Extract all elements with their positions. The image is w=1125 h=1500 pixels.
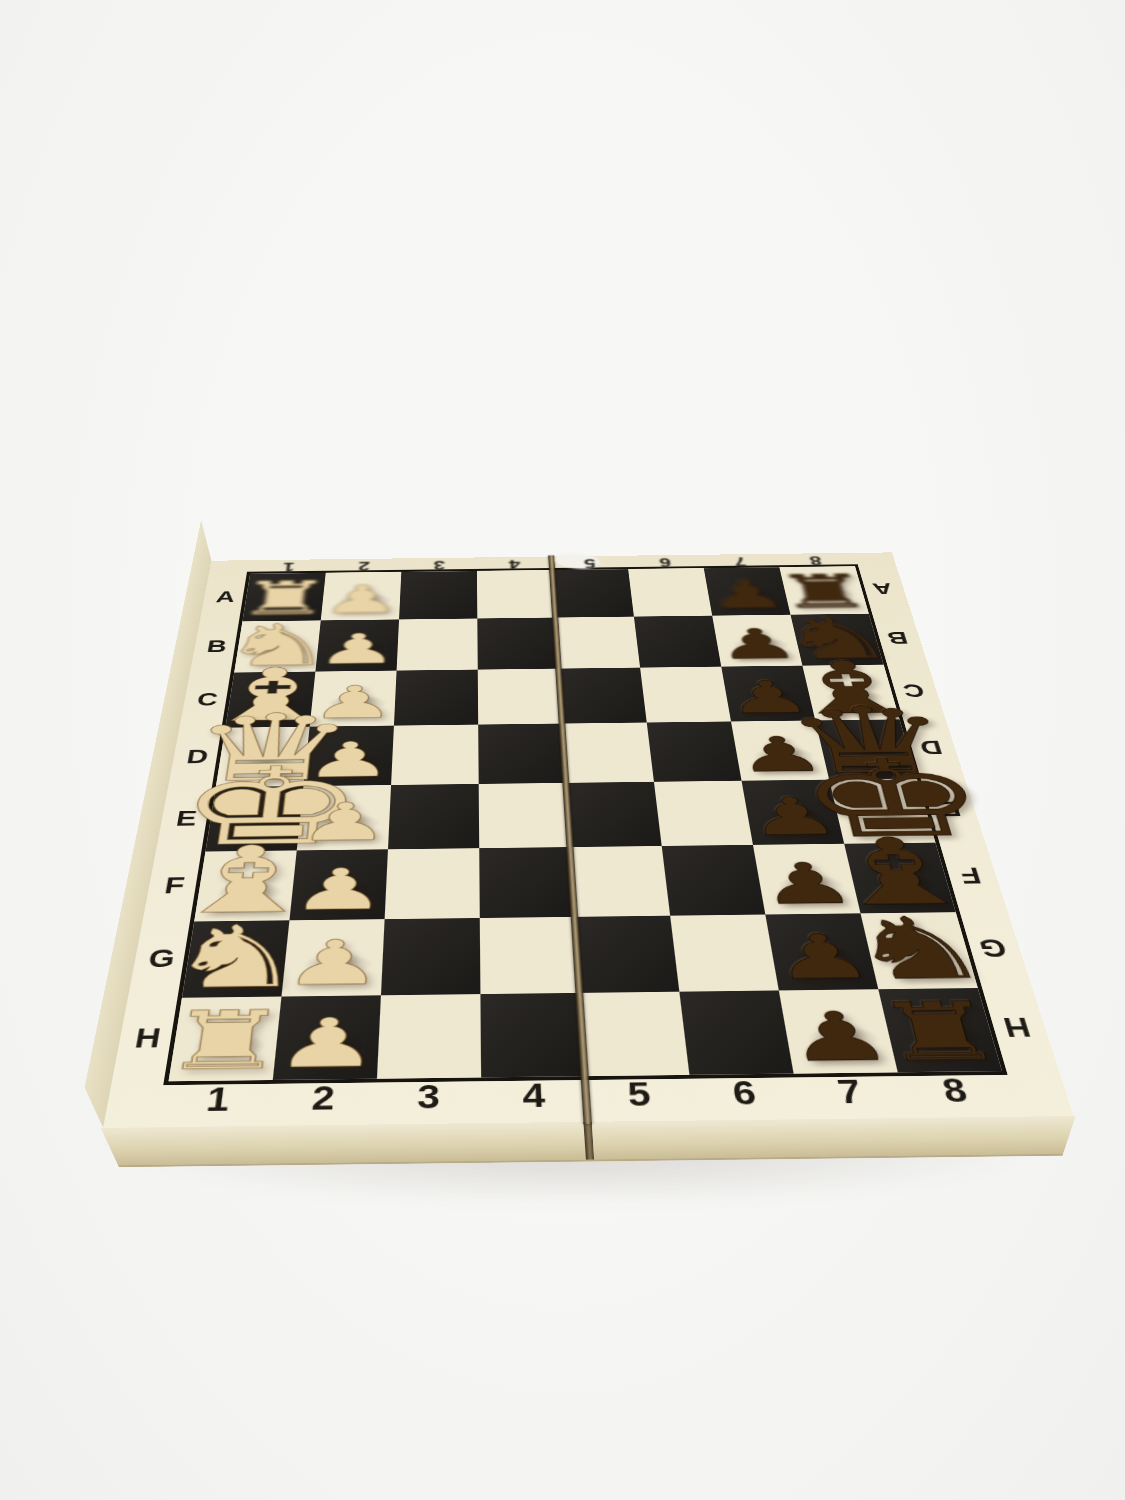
square-g7 — [765, 913, 878, 990]
square-g5 — [575, 916, 679, 993]
square-f1 — [194, 850, 296, 921]
square-d5 — [562, 723, 653, 783]
square-d4 — [478, 724, 566, 784]
rank-label-bottom-7: 7 — [808, 1071, 893, 1111]
rank-label-top-2: 2 — [336, 559, 392, 574]
square-f2 — [289, 849, 388, 920]
square-h7 — [779, 989, 898, 1073]
square-f3 — [385, 848, 480, 919]
rank-label-top-5: 5 — [562, 556, 618, 571]
square-c4 — [478, 669, 563, 725]
rank-label-bottom-5: 5 — [599, 1074, 679, 1114]
square-a5 — [553, 569, 634, 617]
perspective-scene: ABCDEFGHABCDEFGH1234567812345678 ♜♞♝♛♚♝♞… — [0, 0, 1125, 1500]
square-g2 — [281, 919, 384, 996]
rank-label-top-6: 6 — [637, 555, 694, 570]
square-f6 — [662, 845, 766, 916]
square-b5 — [556, 617, 640, 669]
square-g3 — [381, 918, 480, 995]
square-h4 — [480, 993, 585, 1078]
rank-label-bottom-6: 6 — [704, 1073, 786, 1113]
square-g1 — [182, 920, 289, 997]
square-h6 — [679, 990, 793, 1074]
rank-label-top-3: 3 — [412, 558, 467, 573]
square-c5 — [559, 668, 647, 724]
rank-label-bottom-3: 3 — [390, 1077, 467, 1117]
square-g6 — [670, 915, 779, 992]
file-label-right-F: F — [941, 862, 1000, 889]
rank-label-top-4: 4 — [487, 557, 542, 572]
square-f5 — [570, 846, 670, 917]
square-h5 — [580, 992, 690, 1076]
chess-board: ABCDEFGHABCDEFGH1234567812345678 ♜♞♝♛♚♝♞… — [103, 552, 1073, 1127]
rank-label-bottom-1: 1 — [177, 1079, 259, 1119]
product-photo: ABCDEFGHABCDEFGH1234567812345678 ♜♞♝♛♚♝♞… — [0, 0, 1125, 1500]
square-e4 — [479, 783, 571, 848]
rank-label-bottom-2: 2 — [283, 1078, 363, 1118]
rank-label-bottom-8: 8 — [912, 1070, 999, 1110]
square-a4 — [477, 570, 556, 619]
square-g4 — [480, 917, 580, 994]
square-f4 — [479, 847, 575, 918]
square-f7 — [753, 844, 861, 915]
square-h3 — [377, 994, 481, 1079]
rank-label-top-7: 7 — [712, 554, 770, 569]
square-h1 — [169, 997, 282, 1082]
rank-label-bottom-4: 4 — [495, 1075, 573, 1115]
square-h2 — [273, 995, 381, 1080]
camera-tilt: ABCDEFGHABCDEFGH1234567812345678 ♜♞♝♛♚♝♞… — [0, 0, 1125, 1500]
square-b4 — [477, 618, 559, 670]
square-e5 — [566, 782, 661, 847]
